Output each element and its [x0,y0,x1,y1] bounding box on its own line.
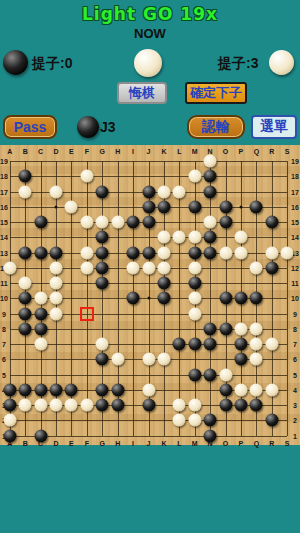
black-stone-N18 [204,170,217,183]
black-stone-I13 [127,246,140,259]
white-stone-M14 [188,231,201,244]
white-stone-P14 [234,231,247,244]
white-stone-C3 [34,399,47,412]
white-stone-Q12 [250,261,263,274]
coord-letter-bottom: P [239,439,244,446]
white-stone-Q7 [250,338,263,351]
white-stone-K13 [157,246,170,259]
black-stone-M5 [188,368,201,381]
white-stone-A12 [3,261,16,274]
white-stone-S13 [281,246,294,259]
marker-corner-br [87,314,94,321]
last-move-label: J3 [100,119,116,135]
app-title: Light GO 19x [0,4,300,24]
white-stone-D12 [50,261,63,274]
white-stone-N19 [204,155,217,168]
white-stone-O13 [219,246,232,259]
coord-number-left: 11 [0,280,7,287]
undo-button[interactable]: 悔棋 [117,82,167,104]
white-stone-F3 [80,399,93,412]
black-stone-G11 [96,277,109,290]
coord-number-left: 16 [0,203,8,210]
coord-number-left: 10 [0,295,8,302]
black-stone-N7 [204,338,217,351]
grid-line-vertical [210,161,211,436]
coord-number-right: 9 [293,310,297,317]
white-stone-C10 [34,292,47,305]
coord-number-left: 13 [0,249,8,256]
white-stone-F13 [80,246,93,259]
black-stone-G17 [96,185,109,198]
go-board[interactable]: AA1919BB1818CC1717DD1616EE1515FF1414GG13… [0,145,300,445]
coord-letter-top: H [115,148,120,155]
black-stone-N2 [204,414,217,427]
black-stone-C9 [34,307,47,320]
black-stone-N13 [204,246,217,259]
white-stone-D11 [50,277,63,290]
white-stone-H6 [111,353,124,366]
white-stone-E3 [65,399,78,412]
coord-number-right: 5 [293,371,297,378]
white-stone-M3 [188,399,201,412]
coord-letter-top: J [147,148,151,155]
coord-number-right: 2 [293,417,297,424]
white-stone-L17 [173,185,186,198]
star-point [55,205,58,208]
white-stone-P4 [234,383,247,396]
coord-number-right: 1 [293,432,297,439]
black-stone-M16 [188,200,201,213]
black-stone-M11 [188,277,201,290]
grid-line-vertical [179,161,180,436]
white-stone-D17 [50,185,63,198]
white-stone-K6 [157,353,170,366]
coord-letter-top: A [7,148,12,155]
turn-now-label: NOW [0,26,300,41]
black-stone-B10 [19,292,32,305]
black-stone-H3 [111,399,124,412]
coord-letter-top: N [208,148,213,155]
black-stone-R12 [265,261,278,274]
pass-button[interactable]: Pass [3,115,57,139]
black-stone-G12 [96,261,109,274]
black-stone-P10 [234,292,247,305]
coord-letter-top: K [161,148,166,155]
black-stone-Q16 [250,200,263,213]
current-move-stone-icon [134,49,162,77]
black-stone-B4 [19,383,32,396]
coord-letter-top: P [239,148,244,155]
white-stone-B17 [19,185,32,198]
white-stone-C7 [34,338,47,351]
black-stone-Q10 [250,292,263,305]
white-stone-L14 [173,231,186,244]
black-stone-O8 [219,322,232,335]
white-stone-E16 [65,200,78,213]
black-stone-I10 [127,292,140,305]
white-stone-L2 [173,414,186,427]
coord-letter-bottom: D [54,439,59,446]
coord-letter-top: M [192,148,198,155]
white-stone-R7 [265,338,278,351]
black-stone-O10 [219,292,232,305]
grid-line-horizontal [10,436,287,437]
black-stone-P6 [234,353,247,366]
black-stone-O15 [219,216,232,229]
black-stone-G14 [96,231,109,244]
white-stone-K17 [157,185,170,198]
black-stone-P7 [234,338,247,351]
black-captures-label: 提子:0 [32,55,72,73]
black-stone-J13 [142,246,155,259]
coord-letter-bottom: S [285,439,290,446]
white-stone-F18 [80,170,93,183]
coord-number-right: 7 [293,341,297,348]
coord-letter-top: B [23,148,28,155]
black-stone-C4 [34,383,47,396]
coord-number-right: 8 [293,325,297,332]
black-stone-D4 [50,383,63,396]
black-stone-N14 [204,231,217,244]
white-stone-O5 [219,368,232,381]
coord-number-left: 19 [0,158,8,165]
marker-corner-tl [80,307,87,314]
black-stone-N8 [204,322,217,335]
black-stone-D13 [50,246,63,259]
black-stone-N17 [204,185,217,198]
black-stone-K11 [157,277,170,290]
white-captures-label: 提子:3 [218,55,258,73]
coord-number-right: 11 [291,280,298,287]
black-stone-C13 [34,246,47,259]
black-stone-B13 [19,246,32,259]
white-stone-A2 [3,414,16,427]
white-stone-K14 [157,231,170,244]
coord-letter-bottom: Q [254,439,259,446]
black-stone-N1 [204,429,217,442]
last-move-stone-icon [77,116,99,138]
coord-letter-top: G [100,148,105,155]
white-stone-J4 [142,383,155,396]
selection-marker [80,307,94,321]
coord-letter-top: E [69,148,74,155]
resign-button[interactable]: 認輸 [187,115,245,139]
white-stone-D10 [50,292,63,305]
coord-number-left: 9 [2,310,6,317]
white-stone-I12 [127,261,140,274]
white-stone-F12 [80,261,93,274]
coord-number-right: 12 [291,264,299,271]
coord-number-right: 4 [293,386,297,393]
coord-number-right: 6 [293,356,297,363]
white-stone-Q6 [250,353,263,366]
black-stone-J15 [142,216,155,229]
coord-letter-top: D [54,148,59,155]
white-stone-P13 [234,246,247,259]
black-stone-O4 [219,383,232,396]
black-stone-G3 [96,399,109,412]
white-stone-J6 [142,353,155,366]
white-stone-Q4 [250,383,263,396]
black-stone-H4 [111,383,124,396]
white-stone-M18 [188,170,201,183]
black-stone-B9 [19,307,32,320]
black-stone-J17 [142,185,155,198]
coord-number-left: 18 [0,173,8,180]
black-stone-O16 [219,200,232,213]
coord-letter-bottom: M [192,439,198,446]
black-stone-C15 [34,216,47,229]
white-stone-G7 [96,338,109,351]
black-stone-B18 [19,170,32,183]
coord-letter-top: S [285,148,290,155]
white-stone-M2 [188,414,201,427]
coord-number-right: 16 [291,203,299,210]
white-stone-M12 [188,261,201,274]
black-stone-L7 [173,338,186,351]
black-stone-N5 [204,368,217,381]
white-stone-M10 [188,292,201,305]
menu-button[interactable]: 選單 [251,115,297,139]
black-stone-K10 [157,292,170,305]
black-stone-O3 [219,399,232,412]
coord-number-right: 14 [291,234,299,241]
coord-letter-bottom: G [100,439,105,446]
white-stone-J12 [142,261,155,274]
white-stone-G15 [96,216,109,229]
black-stone-G6 [96,353,109,366]
coord-letter-bottom: J [147,439,151,446]
white-stone-K12 [157,261,170,274]
black-stone-K16 [157,200,170,213]
coord-number-left: 7 [2,341,6,348]
black-stone-E4 [65,383,78,396]
white-stone-B11 [19,277,32,290]
coord-number-left: 6 [2,356,6,363]
coord-number-left: 15 [0,219,8,226]
black-stone-Q3 [250,399,263,412]
white-stone-N15 [204,216,217,229]
coord-number-left: 8 [2,325,6,332]
coord-letter-bottom: H [115,439,120,446]
white-stone-F15 [80,216,93,229]
coord-number-right: 17 [291,188,299,195]
black-stone-M13 [188,246,201,259]
grid-line-horizontal [10,420,287,421]
coord-letter-top: C [38,148,43,155]
white-stone-H15 [111,216,124,229]
coord-number-right: 3 [293,402,297,409]
black-stone-J16 [142,200,155,213]
coord-letter-bottom: K [161,439,166,446]
coord-letter-bottom: F [85,439,89,446]
coord-letter-bottom: O [223,439,228,446]
coord-letter-bottom: E [69,439,74,446]
coord-number-right: 19 [291,158,299,165]
coord-number-left: 5 [2,371,6,378]
white-stone-M9 [188,307,201,320]
black-stone-A3 [3,399,16,412]
black-stone-M7 [188,338,201,351]
white-stone-Q8 [250,322,263,335]
black-stone-A4 [3,383,16,396]
coord-letter-top: Q [254,148,259,155]
white-stone-D9 [50,307,63,320]
grid-line-horizontal [10,375,287,376]
coord-letter-top: R [269,148,274,155]
coord-letter-bottom: B [23,439,28,446]
coord-letter-top: F [85,148,89,155]
white-stone-B3 [19,399,32,412]
coord-number-right: 10 [291,295,299,302]
white-player-stone-icon [269,50,294,75]
coord-letter-top: O [223,148,228,155]
marker-corner-bl [80,314,87,321]
coord-letter-bottom: I [132,439,134,446]
white-stone-D3 [50,399,63,412]
white-stone-L3 [173,399,186,412]
black-stone-C8 [34,322,47,335]
white-stone-R13 [265,246,278,259]
star-point [147,297,150,300]
confirm-move-button[interactable]: 確定下子 [185,82,247,104]
black-stone-R15 [265,216,278,229]
star-point [239,205,242,208]
grid-line-vertical [287,161,288,436]
coord-letter-top: L [177,148,181,155]
black-stone-R2 [265,414,278,427]
coord-letter-top: I [132,148,134,155]
black-player-stone-icon [3,50,28,75]
coord-number-right: 18 [291,173,299,180]
coord-letter-bottom: R [269,439,274,446]
coord-number-left: 17 [0,188,8,195]
coord-letter-bottom: L [177,439,181,446]
black-stone-A1 [3,429,16,442]
black-stone-J3 [142,399,155,412]
black-stone-G13 [96,246,109,259]
marker-corner-tr [87,307,94,314]
coord-number-left: 14 [0,234,8,241]
black-stone-G4 [96,383,109,396]
white-stone-P8 [234,322,247,335]
black-stone-I15 [127,216,140,229]
black-stone-C1 [34,429,47,442]
white-stone-R4 [265,383,278,396]
black-stone-P3 [234,399,247,412]
black-stone-B8 [19,322,32,335]
coord-number-right: 15 [291,219,299,226]
